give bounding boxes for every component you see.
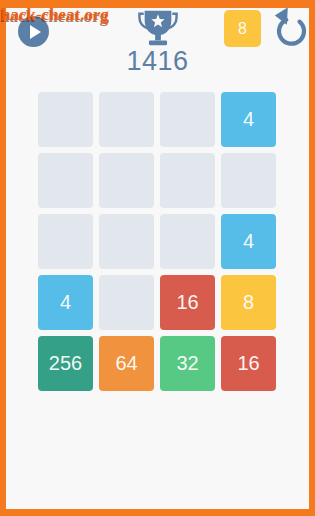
tile-256[interactable]: 256 — [38, 336, 93, 391]
tile-4[interactable]: 4 — [38, 275, 93, 330]
empty-cell[interactable] — [99, 214, 154, 269]
next-tile-preview: 8 — [224, 10, 261, 47]
tile-4[interactable]: 4 — [221, 214, 276, 269]
app-screen: hack-cheat.org 1416 8 444168256643216 — [0, 0, 315, 516]
empty-cell[interactable] — [160, 92, 215, 147]
tile-16[interactable]: 16 — [160, 275, 215, 330]
watermark-text: hack-cheat.org — [1, 5, 109, 25]
empty-cell[interactable] — [160, 153, 215, 208]
restart-button[interactable] — [272, 6, 310, 50]
score-value: 1416 — [126, 49, 188, 73]
empty-cell[interactable] — [160, 214, 215, 269]
tile-64[interactable]: 64 — [99, 336, 154, 391]
next-tile-value: 8 — [238, 20, 247, 38]
empty-cell[interactable] — [99, 153, 154, 208]
undo-icon — [273, 6, 310, 49]
empty-cell[interactable] — [38, 214, 93, 269]
empty-cell[interactable] — [221, 153, 276, 208]
trophy-icon — [137, 8, 179, 48]
board[interactable]: 444168256643216 — [38, 92, 276, 391]
empty-cell[interactable] — [38, 92, 93, 147]
play-icon — [30, 25, 41, 39]
empty-cell[interactable] — [99, 275, 154, 330]
tile-16[interactable]: 16 — [221, 336, 276, 391]
tile-4[interactable]: 4 — [221, 92, 276, 147]
empty-cell[interactable] — [38, 153, 93, 208]
empty-cell[interactable] — [99, 92, 154, 147]
tile-8[interactable]: 8 — [221, 275, 276, 330]
tile-32[interactable]: 32 — [160, 336, 215, 391]
